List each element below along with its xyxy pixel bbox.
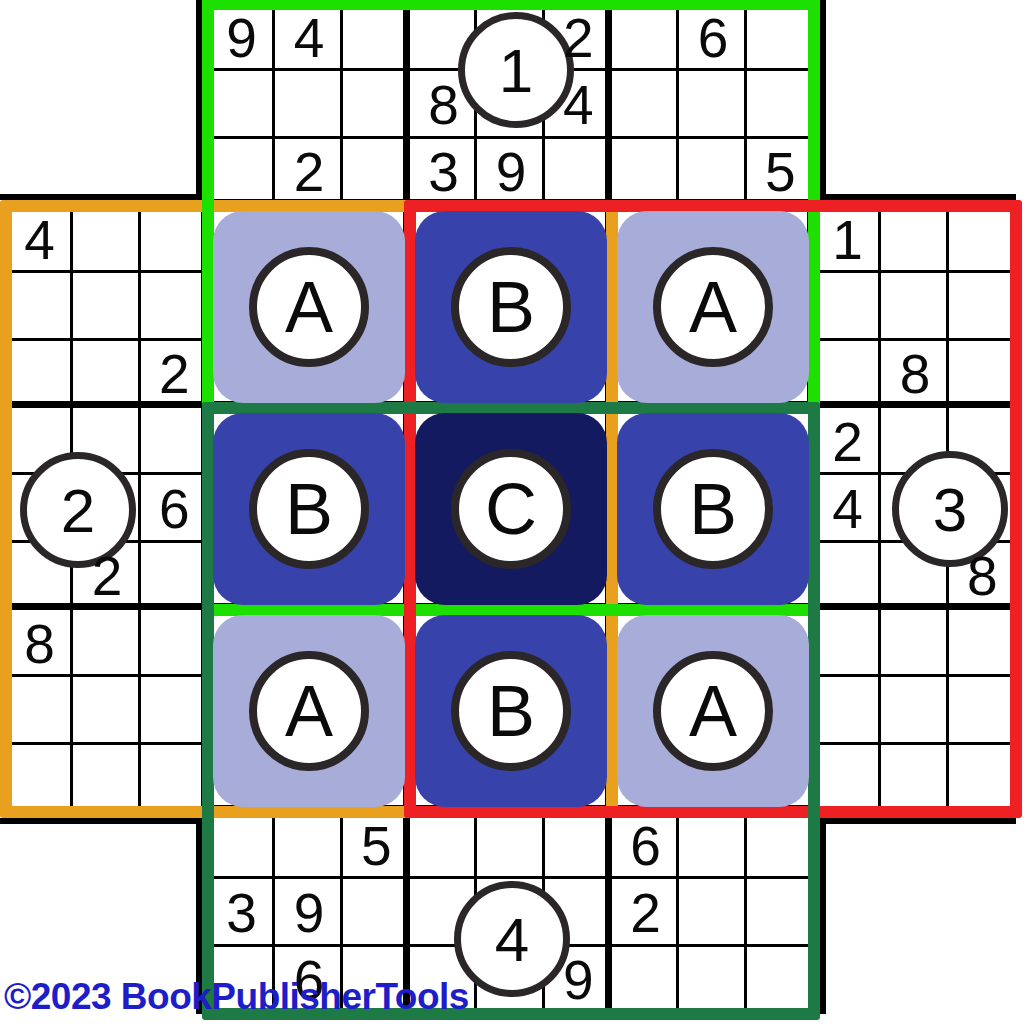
sudoku-cell[interactable] xyxy=(73,610,140,677)
sudoku-cell[interactable] xyxy=(747,812,814,879)
cross-outline xyxy=(820,818,826,1014)
given-digit: 6 xyxy=(612,812,679,879)
sudoku-cell[interactable] xyxy=(141,610,208,677)
sudoku-cell[interactable] xyxy=(949,745,1016,812)
sudoku-cell[interactable] xyxy=(949,273,1016,340)
sudoku-cell[interactable] xyxy=(881,610,948,677)
sudoku-cell[interactable] xyxy=(814,610,881,677)
sudoku-cell[interactable] xyxy=(679,947,746,1014)
sudoku-cell[interactable] xyxy=(747,71,814,138)
sudoku-cell[interactable] xyxy=(208,812,275,879)
sudoku-cell[interactable] xyxy=(612,947,679,1014)
sudoku-cell[interactable] xyxy=(343,4,410,71)
sudoku-cell[interactable] xyxy=(208,71,275,138)
sudoku-cell[interactable] xyxy=(6,341,73,408)
shared-box-B: B xyxy=(213,413,405,605)
shared-box-C: C xyxy=(415,413,607,605)
shared-box-letter-circle: C xyxy=(451,449,571,569)
sudoku-cell[interactable] xyxy=(343,139,410,206)
sudoku-cell[interactable] xyxy=(612,4,679,71)
given-digit: 1 xyxy=(814,206,881,273)
shared-box-letter-circle: A xyxy=(249,651,369,771)
given-digit: 4 xyxy=(6,206,73,273)
sudoku-cell[interactable] xyxy=(814,273,881,340)
given-digit: 9 xyxy=(545,947,612,1014)
sudoku-cell[interactable] xyxy=(343,879,410,946)
sudoku-cell[interactable] xyxy=(679,71,746,138)
shared-box-letter-circle: B xyxy=(653,449,773,569)
sudoku-cell[interactable] xyxy=(814,745,881,812)
shared-box-A: A xyxy=(617,615,809,807)
shared-box-letter-circle: A xyxy=(653,651,773,771)
sudoku-cell[interactable] xyxy=(141,408,208,475)
shared-box-A: A xyxy=(213,211,405,403)
sudoku-cell[interactable] xyxy=(881,677,948,744)
shared-box-letter-circle: A xyxy=(653,247,773,367)
sudoku-cell[interactable] xyxy=(545,812,612,879)
given-digit: 5 xyxy=(747,139,814,206)
sudoku-cell[interactable] xyxy=(612,71,679,138)
sudoku-cell[interactable] xyxy=(343,71,410,138)
sudoku-cell[interactable] xyxy=(410,812,477,879)
given-digit: 9 xyxy=(477,139,544,206)
given-digit: 4 xyxy=(545,71,612,138)
given-digit: 5 xyxy=(343,812,410,879)
given-digit: 9 xyxy=(275,879,342,946)
sudoku-cell[interactable] xyxy=(73,273,140,340)
sudoku-cell[interactable] xyxy=(881,206,948,273)
given-digit: 9 xyxy=(208,4,275,71)
sudoku-cell[interactable] xyxy=(6,677,73,744)
sudoku-cell[interactable] xyxy=(6,745,73,812)
shared-box-letter-circle: B xyxy=(249,449,369,569)
sudoku-cell[interactable] xyxy=(949,206,1016,273)
shared-box-letter-circle: A xyxy=(249,247,369,367)
sudoku-cell[interactable] xyxy=(141,543,208,610)
given-digit: 8 xyxy=(410,71,477,138)
shared-box-letter-circle: B xyxy=(451,651,571,771)
given-digit: 2 xyxy=(814,408,881,475)
given-digit: 2 xyxy=(275,139,342,206)
sudoku-cell[interactable] xyxy=(545,139,612,206)
sudoku-cell[interactable] xyxy=(814,677,881,744)
shared-box-A: A xyxy=(617,211,809,403)
shared-box-B: B xyxy=(415,211,607,403)
shared-box-B: B xyxy=(617,413,809,605)
sudoku-cell[interactable] xyxy=(881,745,948,812)
sudoku-cell[interactable] xyxy=(949,341,1016,408)
given-digit: 2 xyxy=(141,341,208,408)
sudoku-cell[interactable] xyxy=(747,4,814,71)
copyright-text: ©2023 BookPublisherTools xyxy=(4,976,469,1018)
shared-box-A: A xyxy=(213,615,405,807)
sudoku-cell[interactable] xyxy=(141,745,208,812)
given-digit: 8 xyxy=(6,610,73,677)
sudoku-cell[interactable] xyxy=(814,341,881,408)
given-digit: 4 xyxy=(275,4,342,71)
sudoku-cell[interactable] xyxy=(275,812,342,879)
sudoku-cell[interactable] xyxy=(73,677,140,744)
sudoku-cell[interactable] xyxy=(949,610,1016,677)
sudoku-cell[interactable] xyxy=(881,273,948,340)
given-digit: 8 xyxy=(881,341,948,408)
sudoku-cell[interactable] xyxy=(612,139,679,206)
sudoku-cell[interactable] xyxy=(73,341,140,408)
given-digit: 4 xyxy=(814,475,881,542)
given-digit: 8 xyxy=(949,543,1016,610)
sudoku-cell[interactable] xyxy=(477,812,544,879)
given-digit: 2 xyxy=(545,4,612,71)
cross-outline xyxy=(0,818,202,824)
given-digit: 3 xyxy=(410,139,477,206)
sudoku-cell[interactable] xyxy=(275,71,342,138)
given-digit: 2 xyxy=(73,543,140,610)
given-digit: 6 xyxy=(679,4,746,71)
shared-box-B: B xyxy=(415,615,607,807)
cross-outline xyxy=(0,194,202,200)
sudoku-cell[interactable] xyxy=(814,543,881,610)
puzzle-board: ABABCBABA1234942684239541282642885639269… xyxy=(0,0,1024,1024)
given-digit: 3 xyxy=(208,879,275,946)
sudoku-cell[interactable] xyxy=(679,812,746,879)
sudoku-cell[interactable] xyxy=(141,677,208,744)
sudoku-cell[interactable] xyxy=(141,206,208,273)
sudoku-cell[interactable] xyxy=(679,879,746,946)
sudoku-cell[interactable] xyxy=(73,745,140,812)
sudoku-cell[interactable] xyxy=(747,879,814,946)
sudoku-cell[interactable] xyxy=(747,947,814,1014)
sudoku-cell[interactable] xyxy=(208,139,275,206)
shared-box-letter-circle: B xyxy=(451,247,571,367)
cross-outline xyxy=(196,0,202,200)
given-digit: 6 xyxy=(141,475,208,542)
given-digit: 2 xyxy=(612,879,679,946)
sudoku-cell[interactable] xyxy=(73,206,140,273)
cross-outline xyxy=(820,818,1016,824)
sudoku-cell[interactable] xyxy=(141,273,208,340)
cross-outline xyxy=(820,0,826,200)
sudoku-cell[interactable] xyxy=(6,273,73,340)
cross-outline xyxy=(820,194,1016,200)
sudoku-cell[interactable] xyxy=(949,677,1016,744)
sudoku-cell[interactable] xyxy=(679,139,746,206)
